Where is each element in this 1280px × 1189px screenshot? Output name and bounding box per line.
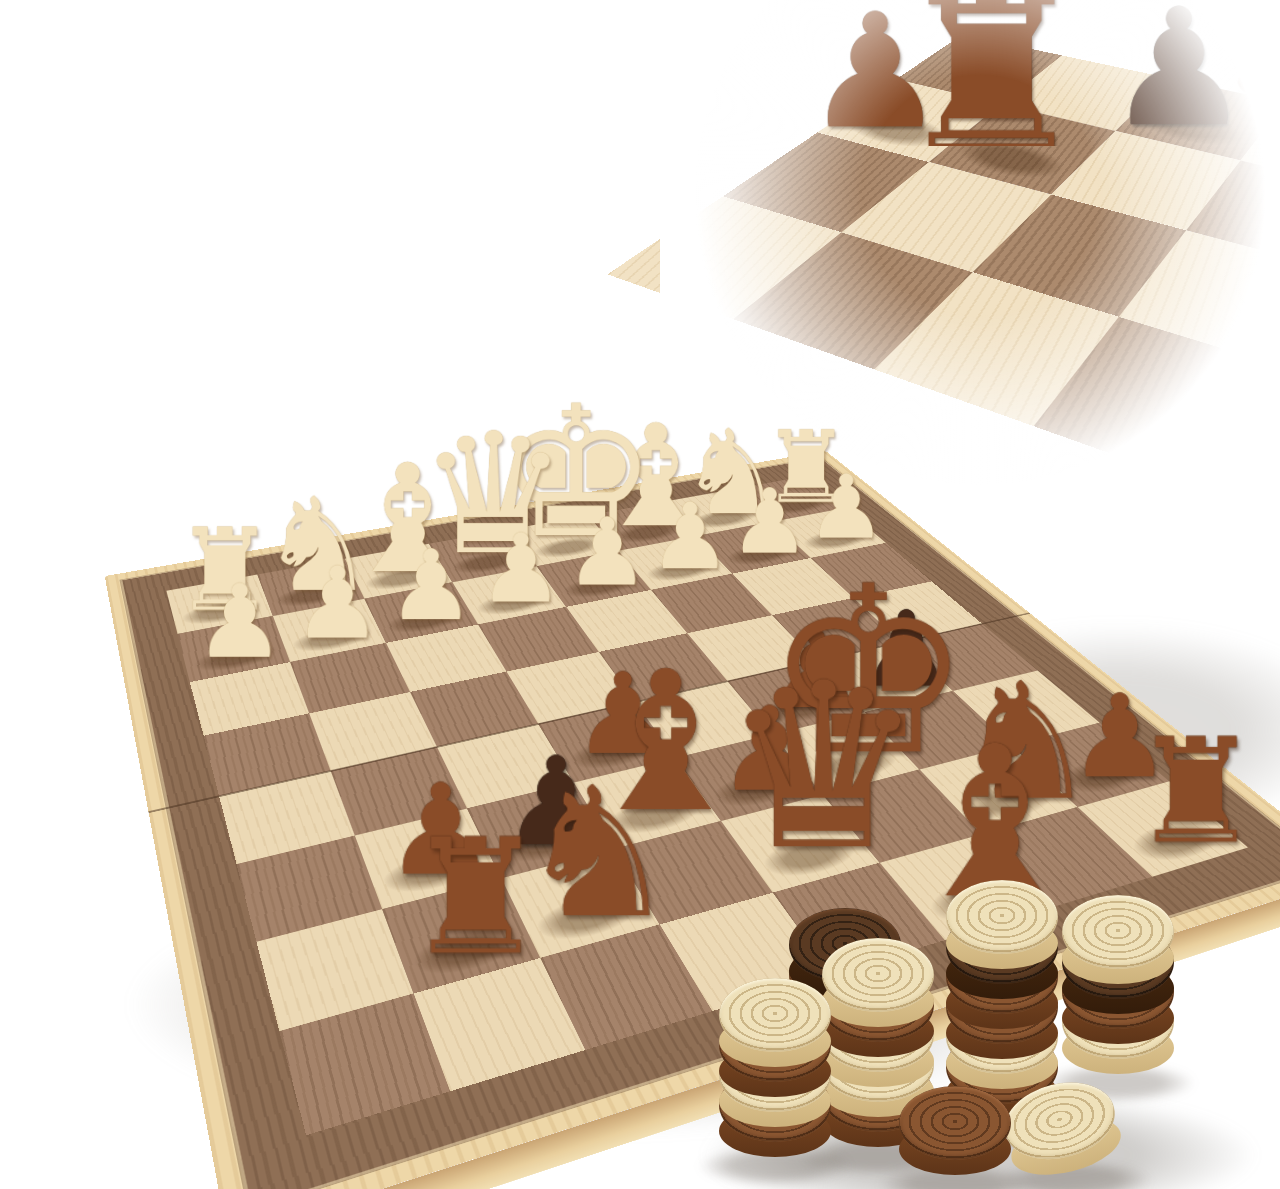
checker-disc-light — [822, 938, 934, 1038]
inset-piece-rook: ♜ — [892, 0, 1092, 175]
disc-top-rings — [899, 1086, 1011, 1160]
piece-black-rook-b7: ♜ — [404, 824, 547, 970]
checker-disc-brown — [899, 1086, 1011, 1186]
piece-black-queen-e7: ♛ — [721, 662, 926, 873]
checker-disc-light — [946, 880, 1058, 980]
disc-top-rings — [1062, 895, 1174, 969]
piece-white-pawn-f2: ♟ — [649, 495, 731, 579]
disc-top-rings — [719, 978, 831, 1052]
checker-stack — [899, 1086, 1011, 1186]
piece-black-rook-h8: ♜ — [1131, 725, 1260, 858]
disc-top-rings — [822, 938, 934, 1012]
checker-disc-light — [719, 978, 831, 1078]
checker-stack — [719, 978, 831, 1168]
inset-piece-knight: ♞ — [1197, 0, 1280, 174]
piece-white-pawn-a2: ♟ — [194, 576, 285, 669]
piece-white-pawn-b2: ♟ — [293, 558, 382, 649]
disc-top-rings — [946, 880, 1058, 954]
checker-stack — [1062, 895, 1174, 1085]
checker-disc-light — [1062, 895, 1174, 995]
piece-white-pawn-c2: ♟ — [388, 542, 475, 631]
piece-white-pawn-d2: ♟ — [478, 526, 563, 613]
piece-white-pawn-e2: ♟ — [565, 510, 649, 596]
